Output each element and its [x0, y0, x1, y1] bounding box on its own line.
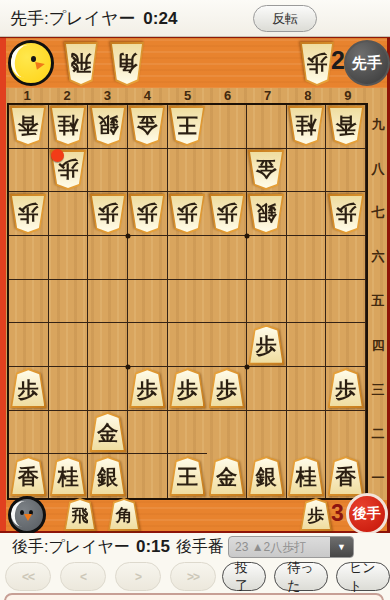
file-label-9: 9: [328, 88, 368, 103]
piece-gote-桂: 桂: [50, 456, 86, 496]
piece-sente-王: 王: [169, 106, 205, 146]
frame-left-edge: [0, 36, 6, 533]
square-9-5[interactable]: [326, 280, 366, 324]
square-9-4[interactable]: [326, 323, 366, 367]
star-point: [125, 365, 130, 370]
gote-hand-pieces: 飛角: [64, 498, 140, 531]
rank-label-五: 五: [369, 279, 387, 323]
gote-player-label: 後手:プレイヤー: [12, 537, 130, 558]
square-4-5[interactable]: [128, 280, 168, 324]
square-3-1[interactable]: 銀: [88, 454, 128, 498]
square-3-9[interactable]: 銀: [88, 105, 128, 149]
square-2-2[interactable]: [49, 411, 89, 455]
square-1-9[interactable]: 香: [9, 105, 49, 149]
square-4-4[interactable]: [128, 323, 168, 367]
square-2-7[interactable]: [49, 192, 89, 236]
square-6-2[interactable]: [207, 411, 247, 455]
star-point: [245, 365, 250, 370]
piece-sente-歩: 歩: [10, 194, 46, 234]
nav-button-prevprev[interactable]: <<: [5, 562, 51, 591]
square-3-2[interactable]: 金: [88, 411, 128, 455]
file-coordinates: 123456789: [7, 88, 368, 103]
rank-label-八: 八: [369, 147, 387, 191]
sente-clock: 0:24: [143, 9, 177, 29]
square-6-7[interactable]: 歩: [207, 192, 247, 236]
square-8-2[interactable]: [287, 411, 327, 455]
piece-sente-香: 香: [10, 106, 46, 146]
square-8-7[interactable]: [287, 192, 327, 236]
action-buttons: 投了待ったヒント: [222, 562, 390, 591]
square-4-3[interactable]: 歩: [128, 367, 168, 411]
piece-gote-香: 香: [328, 456, 364, 496]
square-4-7[interactable]: 歩: [128, 192, 168, 236]
nav-button-next[interactable]: >: [115, 562, 161, 591]
file-label-8: 8: [288, 88, 328, 103]
piece-sente-飛[interactable]: 飛: [64, 42, 98, 86]
piece-gote-歩: 歩: [209, 368, 245, 408]
piece-gote-歩: 歩: [248, 325, 284, 365]
square-5-5[interactable]: [168, 280, 208, 324]
square-7-4[interactable]: 歩: [247, 323, 287, 367]
square-3-8[interactable]: [88, 149, 128, 193]
piece-gote-歩: 歩: [300, 498, 332, 531]
square-8-9[interactable]: 桂: [287, 105, 327, 149]
sente-avatar-chick: [8, 40, 54, 86]
square-4-1[interactable]: [128, 454, 168, 498]
square-9-2[interactable]: [326, 411, 366, 455]
action-button-待った[interactable]: 待った: [274, 562, 328, 591]
square-5-1[interactable]: 王: [168, 454, 208, 498]
square-8-6[interactable]: [287, 236, 327, 280]
square-4-8[interactable]: [128, 149, 168, 193]
square-8-5[interactable]: [287, 280, 327, 324]
square-8-3[interactable]: [287, 367, 327, 411]
move-nav-buttons: <<<>>>: [5, 562, 216, 591]
square-3-5[interactable]: [88, 280, 128, 324]
square-4-2[interactable]: [128, 411, 168, 455]
sente-status-bar: 先手:プレイヤー 0:24 反転: [0, 0, 390, 37]
square-9-3[interactable]: 歩: [326, 367, 366, 411]
piece-gote-金: 金: [90, 412, 126, 452]
square-1-7[interactable]: 歩: [9, 192, 49, 236]
nav-button-nextnext[interactable]: >>: [170, 562, 216, 591]
chevron-down-icon: ▼: [330, 537, 353, 557]
square-3-3[interactable]: [88, 367, 128, 411]
square-6-8[interactable]: [207, 149, 247, 193]
piece-sente-桂: 桂: [50, 106, 86, 146]
square-7-2[interactable]: [247, 411, 287, 455]
square-4-6[interactable]: [128, 236, 168, 280]
action-button-ヒント[interactable]: ヒント: [336, 562, 390, 591]
square-3-4[interactable]: [88, 323, 128, 367]
piece-sente-歩: 歩: [90, 194, 126, 234]
file-label-4: 4: [127, 88, 167, 103]
square-2-8[interactable]: 歩: [49, 149, 89, 193]
square-1-2[interactable]: [9, 411, 49, 455]
piece-gote-歩: 歩: [328, 368, 364, 408]
last-move-marker: [51, 149, 64, 162]
piece-sente-歩: 歩: [209, 194, 245, 234]
square-7-5[interactable]: [247, 280, 287, 324]
piece-sente-桂: 桂: [288, 106, 324, 146]
file-label-7: 7: [248, 88, 288, 103]
square-5-7[interactable]: 歩: [168, 192, 208, 236]
piece-sente-銀: 銀: [90, 106, 126, 146]
square-3-7[interactable]: 歩: [88, 192, 128, 236]
square-9-6[interactable]: [326, 236, 366, 280]
square-9-1[interactable]: 香: [326, 454, 366, 498]
piece-sente-歩: 歩: [129, 194, 165, 234]
square-4-9[interactable]: 金: [128, 105, 168, 149]
sente-pawn-count: 2: [331, 46, 345, 75]
rank-label-九: 九: [369, 103, 387, 147]
star-point: [245, 233, 250, 238]
square-2-4[interactable]: [49, 323, 89, 367]
piece-gote-桂: 桂: [288, 456, 324, 496]
square-6-9[interactable]: [207, 105, 247, 149]
square-3-6[interactable]: [88, 236, 128, 280]
rank-label-二: 二: [369, 412, 387, 456]
square-7-1[interactable]: 銀: [247, 454, 287, 498]
piece-gote-歩: 歩: [169, 368, 205, 408]
action-button-投了[interactable]: 投了: [222, 562, 266, 591]
square-2-6[interactable]: [49, 236, 89, 280]
square-9-7[interactable]: 歩: [326, 192, 366, 236]
turn-indicator: 後手番: [176, 537, 224, 558]
square-2-9[interactable]: 桂: [49, 105, 89, 149]
square-7-7[interactable]: 銀: [247, 192, 287, 236]
chick-beak: [35, 60, 45, 70]
square-5-8[interactable]: [168, 149, 208, 193]
gote-clock: 0:15: [136, 537, 170, 557]
square-1-5[interactable]: [9, 280, 49, 324]
square-1-6[interactable]: [9, 236, 49, 280]
square-7-3[interactable]: [247, 367, 287, 411]
gote-status-bar: 後手:プレイヤー 0:15 後手番 23 ▲2八歩打 ▼ <<<>>> 投了待っ…: [0, 533, 390, 600]
square-5-2[interactable]: [168, 411, 208, 455]
square-1-3[interactable]: 歩: [9, 367, 49, 411]
file-label-1: 1: [7, 88, 47, 103]
piece-gote-銀: 銀: [90, 456, 126, 496]
piece-gote-飛[interactable]: 飛: [64, 498, 96, 531]
file-label-6: 6: [208, 88, 248, 103]
sente-badge: 先手: [344, 40, 390, 86]
square-7-8[interactable]: 金: [247, 149, 287, 193]
sente-hand-pawn[interactable]: 歩: [300, 42, 334, 86]
square-1-8[interactable]: [9, 149, 49, 193]
rank-coordinates: 九八七六五四三二一: [369, 103, 387, 500]
square-5-4[interactable]: [168, 323, 208, 367]
square-6-5[interactable]: [207, 280, 247, 324]
square-9-9[interactable]: 香: [326, 105, 366, 149]
rank-label-四: 四: [369, 324, 387, 368]
piece-sente-歩: 歩: [169, 194, 205, 234]
square-2-5[interactable]: [49, 280, 89, 324]
move-list-dropdown[interactable]: 23 ▲2八歩打 ▼: [228, 536, 354, 558]
square-1-1[interactable]: 香: [9, 454, 49, 498]
square-6-3[interactable]: 歩: [207, 367, 247, 411]
square-5-6[interactable]: [168, 236, 208, 280]
piece-gote-金: 金: [209, 456, 245, 496]
file-label-2: 2: [47, 88, 87, 103]
penguin-beak: [24, 514, 32, 521]
piece-sente-角[interactable]: 角: [110, 42, 144, 86]
piece-sente-金: 金: [248, 150, 284, 190]
gote-hand-pawn[interactable]: 歩: [300, 498, 332, 531]
square-7-6[interactable]: [247, 236, 287, 280]
square-8-1[interactable]: 桂: [287, 454, 327, 498]
shogi-app: 先手:プレイヤー 0:24 反転 飛角 歩 2 先手 123456789 九八七…: [0, 0, 390, 600]
piece-sente-香: 香: [328, 106, 364, 146]
shogi-board: 香桂銀金王桂香歩金歩歩歩歩歩銀歩歩歩歩歩歩歩金香桂銀王金銀桂香: [7, 103, 368, 500]
piece-sente-銀: 銀: [248, 194, 284, 234]
square-7-9[interactable]: [247, 105, 287, 149]
gote-pawn-count: 3: [331, 500, 344, 527]
piece-gote-銀: 銀: [248, 456, 284, 496]
file-label-5: 5: [167, 88, 207, 103]
file-label-3: 3: [87, 88, 127, 103]
square-8-8[interactable]: [287, 149, 327, 193]
gote-avatar-penguin: [8, 496, 46, 534]
bottom-panel: [4, 593, 384, 600]
rank-label-三: 三: [369, 368, 387, 412]
square-5-3[interactable]: 歩: [168, 367, 208, 411]
square-9-8[interactable]: [326, 149, 366, 193]
square-1-4[interactable]: [9, 323, 49, 367]
piece-gote-歩: 歩: [129, 368, 165, 408]
piece-gote-香: 香: [10, 456, 46, 496]
square-2-1[interactable]: 桂: [49, 454, 89, 498]
nav-button-prev[interactable]: <: [60, 562, 106, 591]
square-6-1[interactable]: 金: [207, 454, 247, 498]
piece-gote-王: 王: [169, 456, 205, 496]
square-2-3[interactable]: [49, 367, 89, 411]
move-list-selected: 23 ▲2八歩打: [229, 537, 330, 557]
piece-sente-金: 金: [129, 106, 165, 146]
square-8-4[interactable]: [287, 323, 327, 367]
gote-badge: 後手: [346, 493, 388, 535]
piece-sente-歩: 歩: [300, 42, 334, 86]
piece-gote-歩: 歩: [10, 368, 46, 408]
square-6-6[interactable]: [207, 236, 247, 280]
rank-label-六: 六: [369, 235, 387, 279]
square-6-4[interactable]: [207, 323, 247, 367]
star-point: [125, 233, 130, 238]
sente-hand-pieces: 飛角: [64, 42, 144, 86]
square-5-9[interactable]: 王: [168, 105, 208, 149]
piece-sente-歩: 歩: [328, 194, 364, 234]
sente-player-label: 先手:プレイヤー: [10, 7, 135, 30]
piece-gote-角[interactable]: 角: [108, 498, 140, 531]
rank-label-七: 七: [369, 191, 387, 235]
flip-board-button[interactable]: 反転: [253, 5, 317, 32]
